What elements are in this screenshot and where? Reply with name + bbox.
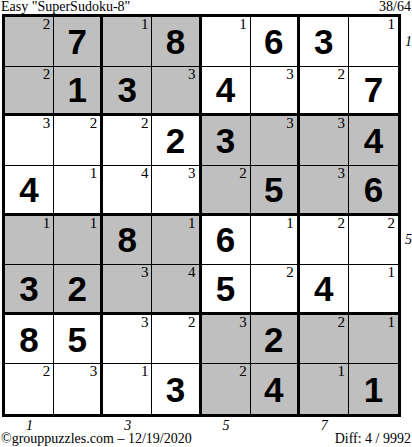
- pencil-mark: 1: [141, 17, 149, 32]
- cell-r8c7[interactable]: 1: [300, 364, 349, 414]
- cell-r2c3[interactable]: 3: [103, 67, 152, 117]
- column-label-1: 1: [26, 419, 33, 433]
- cell-value: 1: [349, 364, 398, 414]
- cell-r7c1[interactable]: 8: [5, 315, 54, 365]
- cell-r3c7[interactable]: 3: [300, 116, 349, 166]
- pencil-mark: 3: [239, 315, 247, 330]
- cell-value: 5: [202, 265, 250, 312]
- cell-r6c6[interactable]: 2: [251, 265, 300, 315]
- cell-value: 4: [300, 265, 348, 312]
- pencil-mark: 3: [337, 116, 345, 131]
- cell-r2c4[interactable]: 3: [152, 67, 201, 117]
- pencil-mark: 2: [388, 216, 396, 231]
- cell-r1c1[interactable]: 2: [5, 17, 54, 67]
- cell-value: 3: [5, 265, 53, 312]
- cell-r6c7[interactable]: 4: [300, 265, 349, 315]
- cell-value: 6: [251, 17, 297, 66]
- header: Easy "SuperSudoku-8" 38/64: [1, 0, 411, 13]
- cell-r2c5[interactable]: 4: [202, 67, 251, 117]
- pencil-mark: 1: [388, 265, 396, 280]
- sudoku-board: 2718163121334327322233344143253611816122…: [2, 14, 401, 417]
- cell-value: 3: [152, 364, 198, 414]
- cell-r8c4[interactable]: 3: [152, 364, 201, 414]
- cell-r3c1[interactable]: 3: [5, 116, 54, 166]
- cell-r6c5[interactable]: 5: [202, 265, 251, 315]
- cell-r7c4[interactable]: 2: [152, 315, 201, 365]
- cell-r5c2[interactable]: 1: [54, 216, 103, 266]
- cell-r5c8[interactable]: 2: [349, 216, 398, 266]
- cell-value: 7: [54, 17, 100, 66]
- cell-value: 4: [349, 116, 398, 165]
- pencil-mark: 1: [388, 17, 396, 32]
- pencil-mark: 1: [388, 315, 396, 330]
- pencil-mark: 1: [141, 364, 149, 379]
- pencil-mark: 2: [43, 17, 51, 32]
- cell-r2c6[interactable]: 3: [251, 67, 300, 117]
- cell-r3c8[interactable]: 4: [349, 116, 398, 166]
- cell-r3c5[interactable]: 3: [202, 116, 251, 166]
- cell-value: 6: [349, 166, 398, 213]
- cell-r2c7[interactable]: 2: [300, 67, 349, 117]
- cell-r3c4[interactable]: 2: [152, 116, 201, 166]
- cell-r3c6[interactable]: 3: [251, 116, 300, 166]
- cell-r3c3[interactable]: 2: [103, 116, 152, 166]
- cell-r1c2[interactable]: 7: [54, 17, 103, 67]
- cell-r5c5[interactable]: 6: [202, 216, 251, 266]
- progress-counter: 38/64: [379, 0, 411, 13]
- cell-r1c5[interactable]: 1: [202, 17, 251, 67]
- cell-value: 1: [54, 67, 100, 114]
- row-label-1: 1: [405, 35, 412, 49]
- pencil-mark: 1: [43, 216, 51, 231]
- cell-r5c6[interactable]: 1: [251, 216, 300, 266]
- pencil-mark: 3: [43, 116, 51, 131]
- pencil-mark: 3: [337, 166, 345, 181]
- cell-r6c8[interactable]: 1: [349, 265, 398, 315]
- pencil-mark: 2: [286, 265, 294, 280]
- cell-value: 2: [54, 265, 100, 312]
- pencil-mark: 2: [43, 67, 51, 82]
- pencil-mark: 1: [337, 364, 345, 379]
- cell-r1c4[interactable]: 8: [152, 17, 201, 67]
- cell-r2c8[interactable]: 7: [349, 67, 398, 117]
- cell-value: 3: [300, 17, 348, 66]
- column-label-5: 5: [223, 419, 230, 433]
- pencil-mark: 4: [141, 166, 149, 181]
- puzzle-title: Easy "SuperSudoku-8": [1, 0, 130, 13]
- cell-r1c3[interactable]: 1: [103, 17, 152, 67]
- column-label-3: 3: [124, 419, 131, 433]
- pencil-mark: 2: [337, 315, 345, 330]
- pencil-mark: 2: [188, 315, 196, 330]
- cell-r4c3[interactable]: 4: [103, 166, 152, 216]
- cell-value: 2: [251, 315, 297, 364]
- pencil-mark: 3: [90, 364, 98, 379]
- cell-r8c2[interactable]: 3: [54, 364, 103, 414]
- column-label-7: 7: [321, 419, 328, 433]
- cell-r7c6[interactable]: 2: [251, 315, 300, 365]
- cell-r7c2[interactable]: 5: [54, 315, 103, 365]
- cell-r8c5[interactable]: 2: [202, 364, 251, 414]
- cell-r6c2[interactable]: 2: [54, 265, 103, 315]
- pencil-mark: 1: [188, 216, 196, 231]
- pencil-mark: 2: [239, 166, 247, 181]
- cell-r1c8[interactable]: 1: [349, 17, 398, 67]
- cell-value: 4: [5, 166, 53, 213]
- cell-value: 8: [5, 315, 53, 364]
- cell-value: 5: [54, 315, 100, 364]
- pencil-mark: 3: [141, 315, 149, 330]
- cell-r5c4[interactable]: 1: [152, 216, 201, 266]
- cell-r1c6[interactable]: 6: [251, 17, 300, 67]
- cell-value: 8: [103, 216, 151, 265]
- copyright-text: ©grouppuzzles.com – 12/19/2020: [1, 432, 192, 446]
- pencil-mark: 2: [141, 116, 149, 131]
- cell-r4c6[interactable]: 5: [251, 166, 300, 216]
- pencil-mark: 3: [188, 166, 196, 181]
- cell-value: 4: [202, 67, 250, 114]
- cell-r4c8[interactable]: 6: [349, 166, 398, 216]
- cell-r7c7[interactable]: 2: [300, 315, 349, 365]
- cell-r4c5[interactable]: 2: [202, 166, 251, 216]
- cell-r2c2[interactable]: 1: [54, 67, 103, 117]
- cell-r4c7[interactable]: 3: [300, 166, 349, 216]
- cell-r4c2[interactable]: 1: [54, 166, 103, 216]
- pencil-mark: 3: [286, 67, 294, 82]
- pencil-mark: 3: [141, 265, 149, 280]
- cell-value: 4: [251, 364, 297, 414]
- pencil-mark: 2: [239, 364, 247, 379]
- cell-r8c6[interactable]: 4: [251, 364, 300, 414]
- pencil-mark: 3: [286, 116, 294, 131]
- difficulty-text: Diff: 4 / 9992: [335, 432, 411, 446]
- cell-r7c8[interactable]: 1: [349, 315, 398, 365]
- cell-r8c1[interactable]: 2: [5, 364, 54, 414]
- cell-r6c3[interactable]: 3: [103, 265, 152, 315]
- cell-value: 7: [349, 67, 398, 114]
- cell-r6c1[interactable]: 3: [5, 265, 54, 315]
- pencil-mark: 4: [188, 265, 196, 280]
- cell-value: 3: [103, 67, 151, 114]
- cell-value: 8: [152, 17, 198, 66]
- cell-r5c7[interactable]: 2: [300, 216, 349, 266]
- puzzle-page: Easy "SuperSudoku-8" 38/64 2718163121334…: [0, 0, 412, 447]
- pencil-mark: 2: [90, 116, 98, 131]
- pencil-mark: 3: [188, 67, 196, 82]
- cell-r8c8[interactable]: 1: [349, 364, 398, 414]
- pencil-mark: 2: [43, 364, 51, 379]
- cell-r7c5[interactable]: 3: [202, 315, 251, 365]
- cell-r8c3[interactable]: 1: [103, 364, 152, 414]
- footer: ©grouppuzzles.com – 12/19/2020 Diff: 4 /…: [1, 432, 411, 446]
- cell-r6c4[interactable]: 4: [152, 265, 201, 315]
- cell-r1c7[interactable]: 3: [300, 17, 349, 67]
- cell-r5c1[interactable]: 1: [5, 216, 54, 266]
- cell-r7c3[interactable]: 3: [103, 315, 152, 365]
- pencil-mark: 1: [90, 166, 98, 181]
- pencil-mark: 2: [337, 216, 345, 231]
- pencil-mark: 1: [239, 17, 247, 32]
- cell-r4c1[interactable]: 4: [5, 166, 54, 216]
- cell-value: 6: [202, 216, 250, 265]
- cell-value: 2: [152, 116, 198, 165]
- pencil-mark: 2: [337, 67, 345, 82]
- pencil-mark: 1: [90, 216, 98, 231]
- row-label-5: 5: [405, 233, 412, 247]
- cell-value: 5: [251, 166, 297, 213]
- pencil-mark: 1: [286, 216, 294, 231]
- cell-r5c3[interactable]: 8: [103, 216, 152, 266]
- cell-r4c4[interactable]: 3: [152, 166, 201, 216]
- cell-r2c1[interactable]: 2: [5, 67, 54, 117]
- cell-r3c2[interactable]: 2: [54, 116, 103, 166]
- cell-value: 3: [202, 116, 250, 165]
